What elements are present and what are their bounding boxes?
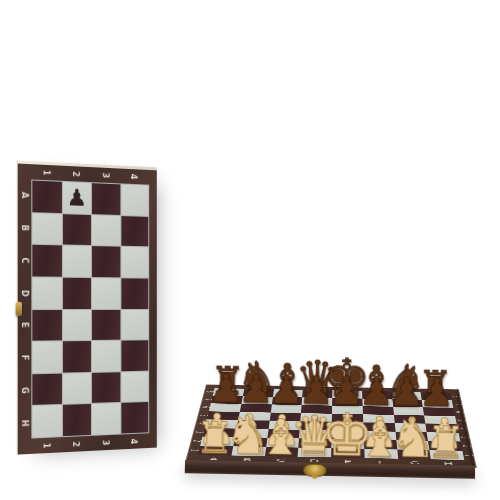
- square: [121, 309, 148, 339]
- square: [92, 372, 120, 403]
- square: [32, 213, 61, 245]
- square: [62, 373, 91, 405]
- coordinate-label: 2: [451, 444, 482, 447]
- square: [32, 341, 61, 373]
- coordinate-label: 3: [91, 435, 120, 451]
- square: [121, 278, 148, 308]
- coordinate-label: 1: [31, 437, 61, 454]
- coordinate-label: 4: [447, 427, 477, 430]
- product-photo: 1234 ABCDEFGH ♟ 1234 ABCDEFGH 87654321 8…: [0, 0, 500, 500]
- open-board-surface: ABCDEFGH 87654321 87654321: [185, 384, 477, 467]
- coordinate-label: 8: [441, 395, 469, 398]
- square: [264, 447, 298, 457]
- square: [92, 403, 120, 435]
- square: [92, 341, 120, 372]
- coordinate-label: 3: [449, 436, 479, 439]
- coordinate-label: F: [18, 341, 31, 374]
- square: [231, 446, 266, 456]
- pawn-emblem-icon: ♟: [62, 182, 91, 214]
- coordinate-label: A: [18, 179, 31, 212]
- coordinate-label: 4: [120, 169, 148, 185]
- coordinate-label: 7: [443, 403, 472, 406]
- square: [62, 246, 91, 277]
- coordinate-label: 2: [61, 166, 91, 182]
- square: [62, 214, 91, 246]
- coordinate-label: 1: [31, 164, 61, 181]
- square: [121, 247, 148, 278]
- coordinate-label: 2: [181, 439, 212, 442]
- square: [92, 215, 120, 246]
- square: [121, 371, 148, 402]
- coordinate-label: G: [18, 374, 31, 407]
- square: [32, 181, 61, 213]
- square: [121, 216, 148, 247]
- square: [32, 277, 61, 308]
- square: [62, 278, 91, 309]
- coordinate-label: 4: [120, 433, 148, 449]
- coordinate-label: B: [18, 211, 31, 244]
- square: [62, 309, 91, 340]
- open-board-clasp-icon: [303, 463, 327, 476]
- coordinate-label: 1: [453, 454, 484, 458]
- square: [92, 246, 120, 277]
- coordinate-label: 3: [184, 430, 215, 433]
- coordinate-label: 5: [446, 419, 476, 422]
- coordinate-label: H: [18, 406, 31, 439]
- open-board-grid: [198, 388, 464, 460]
- square: [331, 448, 364, 458]
- square: [92, 309, 120, 340]
- folded-board-right-frame: [149, 185, 157, 434]
- coordinate-label: C: [18, 244, 31, 277]
- coordinate-label: 5: [188, 414, 218, 417]
- coordinate-label: 6: [191, 406, 220, 409]
- folded-board-clasp-icon: [16, 302, 22, 316]
- coordinate-label: 6: [444, 410, 473, 413]
- square: [92, 278, 120, 309]
- square: ♟: [62, 182, 91, 214]
- folded-board-frame: 1234 ABCDEFGH ♟ 1234: [18, 164, 157, 455]
- square: [121, 184, 148, 215]
- square: [92, 183, 120, 215]
- square: [62, 404, 91, 436]
- square: [121, 402, 148, 433]
- square: [32, 373, 61, 405]
- square: [62, 341, 91, 372]
- square: [32, 405, 61, 437]
- coordinate-label: 8: [195, 390, 223, 393]
- coordinate-label: 7: [193, 398, 222, 401]
- coordinate-label: 4: [186, 422, 216, 425]
- coordinate-label: 3: [91, 167, 120, 183]
- open-chessboard: ABCDEFGH 87654321 87654321 ♜♞♝♛♚♝♞♜♟♟♟♟♟…: [184, 170, 480, 498]
- square: [32, 245, 61, 277]
- square: [298, 447, 331, 457]
- folded-board-grid: ♟: [31, 179, 149, 438]
- coordinate-label: 2: [61, 436, 91, 452]
- square: [397, 449, 431, 459]
- folded-chessboard: 1234 ABCDEFGH ♟ 1234: [17, 160, 157, 454]
- square: [364, 449, 398, 459]
- square: [121, 340, 148, 371]
- coordinate-label: 1: [178, 448, 210, 452]
- square: [32, 310, 61, 341]
